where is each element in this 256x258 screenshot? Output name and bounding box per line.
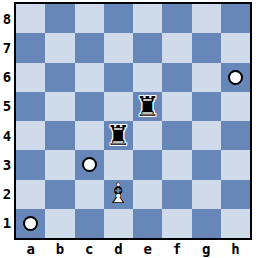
white-bishop-d2[interactable]: ♝♗ (104, 180, 133, 209)
square-d1[interactable] (104, 209, 133, 238)
square-c4[interactable] (75, 121, 104, 150)
square-c7[interactable] (75, 33, 104, 62)
board-frame: ♜♜♝♗ (14, 2, 252, 240)
black-rook-e5[interactable]: ♜ (133, 92, 162, 121)
square-e5[interactable]: ♜ (133, 92, 162, 121)
square-d4[interactable]: ♜ (104, 121, 133, 150)
square-b6[interactable] (45, 63, 74, 92)
rank-label-6: 6 (0, 63, 14, 92)
rank-label-2: 2 (0, 180, 14, 209)
square-h5[interactable] (221, 92, 250, 121)
square-h4[interactable] (221, 121, 250, 150)
square-h1[interactable] (221, 209, 250, 238)
square-c6[interactable] (75, 63, 104, 92)
file-label-d: d (104, 240, 133, 258)
square-g7[interactable] (192, 33, 221, 62)
square-a1[interactable] (16, 209, 45, 238)
square-e6[interactable] (133, 63, 162, 92)
square-g3[interactable] (192, 150, 221, 179)
square-f1[interactable] (162, 209, 191, 238)
rank-label-4: 4 (0, 121, 14, 150)
white-circle-marker-a1 (23, 216, 38, 231)
square-c8[interactable] (75, 4, 104, 33)
square-e2[interactable] (133, 180, 162, 209)
file-label-h: h (221, 240, 250, 258)
white-circle-marker-h6 (228, 70, 243, 85)
square-h3[interactable] (221, 150, 250, 179)
square-d5[interactable] (104, 92, 133, 121)
file-label-b: b (45, 240, 74, 258)
black-rook-d4[interactable]: ♜ (104, 121, 133, 150)
square-f8[interactable] (162, 4, 191, 33)
square-h6[interactable] (221, 63, 250, 92)
square-g1[interactable] (192, 209, 221, 238)
square-h8[interactable] (221, 4, 250, 33)
square-b8[interactable] (45, 4, 74, 33)
square-a3[interactable] (16, 150, 45, 179)
square-g6[interactable] (192, 63, 221, 92)
rank-label-1: 1 (0, 209, 14, 238)
square-g5[interactable] (192, 92, 221, 121)
square-b3[interactable] (45, 150, 74, 179)
square-b2[interactable] (45, 180, 74, 209)
square-e1[interactable] (133, 209, 162, 238)
square-d3[interactable] (104, 150, 133, 179)
square-a6[interactable] (16, 63, 45, 92)
bishop-outline: ♗ (104, 180, 133, 209)
file-label-f: f (162, 240, 191, 258)
square-a4[interactable] (16, 121, 45, 150)
square-e4[interactable] (133, 121, 162, 150)
chess-board[interactable]: ♜♜♝♗ (16, 4, 250, 238)
rank-labels: 87654321 (0, 4, 14, 238)
square-c3[interactable] (75, 150, 104, 179)
square-f5[interactable] (162, 92, 191, 121)
square-g8[interactable] (192, 4, 221, 33)
square-f3[interactable] (162, 150, 191, 179)
square-b5[interactable] (45, 92, 74, 121)
square-a7[interactable] (16, 33, 45, 62)
square-g2[interactable] (192, 180, 221, 209)
square-d2[interactable]: ♝♗ (104, 180, 133, 209)
rank-label-3: 3 (0, 150, 14, 179)
file-label-e: e (133, 240, 162, 258)
square-h2[interactable] (221, 180, 250, 209)
square-d6[interactable] (104, 63, 133, 92)
square-c5[interactable] (75, 92, 104, 121)
square-d7[interactable] (104, 33, 133, 62)
file-label-g: g (192, 240, 221, 258)
square-g4[interactable] (192, 121, 221, 150)
file-labels: abcdefgh (16, 240, 250, 258)
rank-label-7: 7 (0, 33, 14, 62)
square-b7[interactable] (45, 33, 74, 62)
square-b1[interactable] (45, 209, 74, 238)
file-label-a: a (16, 240, 45, 258)
square-h7[interactable] (221, 33, 250, 62)
square-e7[interactable] (133, 33, 162, 62)
rank-label-8: 8 (0, 4, 14, 33)
square-f7[interactable] (162, 33, 191, 62)
square-a2[interactable] (16, 180, 45, 209)
square-f6[interactable] (162, 63, 191, 92)
square-b4[interactable] (45, 121, 74, 150)
square-c2[interactable] (75, 180, 104, 209)
file-label-c: c (75, 240, 104, 258)
square-f2[interactable] (162, 180, 191, 209)
square-a8[interactable] (16, 4, 45, 33)
square-e3[interactable] (133, 150, 162, 179)
rank-label-5: 5 (0, 92, 14, 121)
white-circle-marker-c3 (82, 157, 97, 172)
square-d8[interactable] (104, 4, 133, 33)
square-a5[interactable] (16, 92, 45, 121)
square-c1[interactable] (75, 209, 104, 238)
square-f4[interactable] (162, 121, 191, 150)
square-e8[interactable] (133, 4, 162, 33)
